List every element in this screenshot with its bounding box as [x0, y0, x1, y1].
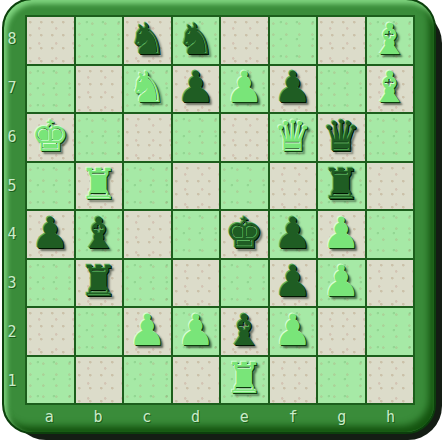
piece-black-knight[interactable]: ♞ — [176, 18, 215, 61]
piece-black-rook[interactable]: ♜ — [322, 163, 361, 206]
square-b8[interactable] — [76, 17, 123, 64]
square-a5[interactable] — [27, 163, 74, 210]
file-label-f: f — [289, 408, 298, 426]
piece-white-pawn[interactable]: ♟ — [273, 309, 312, 352]
piece-black-pawn[interactable]: ♟ — [273, 212, 312, 255]
piece-white-pawn[interactable]: ♟ — [322, 212, 361, 255]
square-e4[interactable]: ♚ — [221, 211, 268, 258]
square-c8[interactable]: ♞ — [124, 17, 171, 64]
square-h3[interactable] — [367, 260, 414, 307]
chess-app-window: 87654321 ♞♞♝♞♟♟♟♝♚♛♛♜♜♟♝♚♟♟♜♟♟♟♟♝♟♜ abcd… — [0, 0, 444, 442]
square-c7[interactable]: ♞ — [124, 66, 171, 113]
square-b4[interactable]: ♝ — [76, 211, 123, 258]
square-b3[interactable]: ♜ — [76, 260, 123, 307]
square-g2[interactable] — [318, 308, 365, 355]
square-g5[interactable]: ♜ — [318, 163, 365, 210]
rank-label-2: 2 — [7, 323, 16, 341]
piece-white-pawn[interactable]: ♟ — [176, 309, 215, 352]
square-e1[interactable]: ♜ — [221, 357, 268, 404]
square-e6[interactable] — [221, 114, 268, 161]
piece-black-pawn[interactable]: ♟ — [31, 212, 70, 255]
square-d8[interactable]: ♞ — [173, 17, 220, 64]
chess-board: ♞♞♝♞♟♟♟♝♚♛♛♜♜♟♝♚♟♟♜♟♟♟♟♝♟♜ — [25, 15, 415, 405]
square-d2[interactable]: ♟ — [173, 308, 220, 355]
square-g3[interactable]: ♟ — [318, 260, 365, 307]
square-a8[interactable] — [27, 17, 74, 64]
square-f1[interactable] — [270, 357, 317, 404]
square-b1[interactable] — [76, 357, 123, 404]
square-a2[interactable] — [27, 308, 74, 355]
file-label-g: g — [337, 408, 346, 426]
square-c5[interactable] — [124, 163, 171, 210]
square-f2[interactable]: ♟ — [270, 308, 317, 355]
piece-black-queen[interactable]: ♛ — [322, 115, 361, 158]
square-e2[interactable]: ♝ — [221, 308, 268, 355]
square-f7[interactable]: ♟ — [270, 66, 317, 113]
rank-label-3: 3 — [7, 274, 16, 292]
file-label-c: c — [142, 408, 151, 426]
piece-black-knight[interactable]: ♞ — [128, 18, 167, 61]
rank-label-7: 7 — [7, 79, 16, 97]
rank-label-8: 8 — [7, 30, 16, 48]
square-b5[interactable]: ♜ — [76, 163, 123, 210]
square-f4[interactable]: ♟ — [270, 211, 317, 258]
square-g7[interactable] — [318, 66, 365, 113]
square-h8[interactable]: ♝ — [367, 17, 414, 64]
square-h7[interactable]: ♝ — [367, 66, 414, 113]
rank-labels: 87654321 — [0, 15, 24, 405]
square-g1[interactable] — [318, 357, 365, 404]
square-c3[interactable] — [124, 260, 171, 307]
square-g6[interactable]: ♛ — [318, 114, 365, 161]
square-e7[interactable]: ♟ — [221, 66, 268, 113]
square-e3[interactable] — [221, 260, 268, 307]
piece-white-pawn[interactable]: ♟ — [322, 260, 361, 303]
square-h6[interactable] — [367, 114, 414, 161]
piece-white-queen[interactable]: ♛ — [273, 115, 312, 158]
piece-white-pawn[interactable]: ♟ — [225, 66, 264, 109]
square-b2[interactable] — [76, 308, 123, 355]
piece-black-bishop[interactable]: ♝ — [79, 212, 118, 255]
file-labels: abcdefgh — [25, 404, 415, 430]
square-f5[interactable] — [270, 163, 317, 210]
square-d3[interactable] — [173, 260, 220, 307]
square-c1[interactable] — [124, 357, 171, 404]
piece-black-pawn[interactable]: ♟ — [273, 260, 312, 303]
file-label-a: a — [45, 408, 54, 426]
piece-white-knight[interactable]: ♞ — [128, 66, 167, 109]
square-h4[interactable] — [367, 211, 414, 258]
square-a3[interactable] — [27, 260, 74, 307]
piece-white-pawn[interactable]: ♟ — [128, 309, 167, 352]
square-a1[interactable] — [27, 357, 74, 404]
square-d7[interactable]: ♟ — [173, 66, 220, 113]
square-d1[interactable] — [173, 357, 220, 404]
square-a7[interactable] — [27, 66, 74, 113]
square-c2[interactable]: ♟ — [124, 308, 171, 355]
rank-label-6: 6 — [7, 128, 16, 146]
piece-black-bishop[interactable]: ♝ — [225, 309, 264, 352]
square-d6[interactable] — [173, 114, 220, 161]
file-label-b: b — [94, 408, 103, 426]
square-h5[interactable] — [367, 163, 414, 210]
square-b7[interactable] — [76, 66, 123, 113]
piece-black-pawn[interactable]: ♟ — [273, 66, 312, 109]
square-e5[interactable] — [221, 163, 268, 210]
piece-white-rook[interactable]: ♜ — [79, 163, 118, 206]
piece-black-pawn[interactable]: ♟ — [176, 66, 215, 109]
piece-white-king[interactable]: ♚ — [31, 115, 70, 158]
square-h2[interactable] — [367, 308, 414, 355]
square-c4[interactable] — [124, 211, 171, 258]
square-g8[interactable] — [318, 17, 365, 64]
square-a4[interactable]: ♟ — [27, 211, 74, 258]
square-c6[interactable] — [124, 114, 171, 161]
piece-white-bishop[interactable]: ♝ — [370, 18, 409, 61]
piece-black-rook[interactable]: ♜ — [79, 260, 118, 303]
square-f3[interactable]: ♟ — [270, 260, 317, 307]
square-d5[interactable] — [173, 163, 220, 210]
file-label-h: h — [386, 408, 395, 426]
file-label-e: e — [240, 408, 249, 426]
rank-label-4: 4 — [7, 225, 16, 243]
square-a6[interactable]: ♚ — [27, 114, 74, 161]
piece-white-rook[interactable]: ♜ — [225, 357, 264, 400]
square-g4[interactable]: ♟ — [318, 211, 365, 258]
piece-white-bishop[interactable]: ♝ — [370, 66, 409, 109]
file-label-d: d — [191, 408, 200, 426]
square-d4[interactable] — [173, 211, 220, 258]
square-f8[interactable] — [270, 17, 317, 64]
piece-black-king[interactable]: ♚ — [225, 212, 264, 255]
square-b6[interactable] — [76, 114, 123, 161]
rank-label-5: 5 — [7, 177, 16, 195]
square-h1[interactable] — [367, 357, 414, 404]
square-f6[interactable]: ♛ — [270, 114, 317, 161]
rank-label-1: 1 — [7, 372, 16, 390]
square-e8[interactable] — [221, 17, 268, 64]
